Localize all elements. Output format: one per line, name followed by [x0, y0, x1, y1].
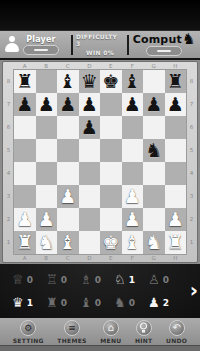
square-c1[interactable]: ♝	[57, 231, 79, 254]
square-a5[interactable]	[14, 139, 36, 162]
win-rate-label: WIN 0%	[86, 49, 114, 56]
player-block: Player	[4, 35, 68, 55]
computer-block: Comput ♞	[132, 33, 196, 56]
menu-button[interactable]: ⌂ MENU	[100, 320, 121, 344]
coordinate-label: 1	[3, 231, 14, 254]
white-pawn-piece: ♟	[59, 187, 76, 206]
black-pawn-piece: ♟	[167, 95, 184, 114]
difficulty-label: DIFFICULTY 3	[76, 33, 124, 47]
rook-icon: ♜	[46, 296, 58, 310]
captured-knight: ♞0	[114, 296, 148, 310]
queen-icon: ♕	[12, 273, 24, 287]
captured-rook-count: 0	[61, 275, 67, 285]
square-b3[interactable]	[36, 185, 58, 208]
square-b1[interactable]: ♞	[36, 231, 58, 254]
file-labels-bottom: ABCDEFGH	[14, 254, 186, 262]
square-e2[interactable]	[100, 208, 122, 231]
square-d8[interactable]: ♛	[79, 70, 101, 93]
square-c8[interactable]: ♝	[57, 70, 79, 93]
captured-bishop-count: 0	[95, 298, 101, 308]
captured-rook: ♖0	[46, 273, 80, 287]
black-pawn-piece: ♟	[145, 95, 162, 114]
square-b7[interactable]: ♟	[36, 93, 58, 116]
captured-row-white: ♛1♜0♝0♞0♟2	[12, 291, 186, 314]
chess-app: Player DIFFICULTY 3 WIN 0% Comput ♞ ABCD…	[0, 0, 200, 351]
square-g3[interactable]	[143, 185, 165, 208]
board: ♜♝♛♚♝♜♟♟♟♟♟♟♟♟♞♟♟♟♟♟♟♜♞♝♚♝♞♜	[14, 70, 186, 254]
square-g6[interactable]	[143, 116, 165, 139]
board-frame: ABCDEFGH 87654321 ♜♝♛♚♝♜♟♟♟♟♟♟♟♟♞♟♟♟♟♟♟♜…	[2, 61, 198, 263]
square-e6[interactable]	[100, 116, 122, 139]
square-g4[interactable]	[143, 162, 165, 185]
square-a4[interactable]	[14, 162, 36, 185]
ad-banner	[0, 0, 200, 31]
black-knight-piece: ♞	[145, 141, 162, 160]
square-f2[interactable]: ♟	[122, 208, 144, 231]
queen-icon: ♛	[12, 296, 24, 310]
undo-arrow-icon: ↶	[172, 323, 180, 333]
coordinate-label: 8	[3, 70, 14, 93]
square-h8[interactable]: ♜	[165, 70, 187, 93]
white-pawn-piece: ♟	[16, 210, 33, 229]
header-divider-right	[127, 35, 129, 55]
square-e7[interactable]	[100, 93, 122, 116]
coordinate-label: 5	[3, 139, 14, 162]
computer-score-pill	[146, 46, 182, 56]
list-icon: ≡	[68, 324, 76, 333]
square-c3[interactable]: ♟	[57, 185, 79, 208]
square-b8[interactable]	[36, 70, 58, 93]
square-g8[interactable]	[143, 70, 165, 93]
coordinate-label: H	[165, 62, 187, 70]
square-f6[interactable]	[122, 116, 144, 139]
square-c6[interactable]	[57, 116, 79, 139]
square-f4[interactable]	[122, 162, 144, 185]
bottom-strip	[0, 345, 200, 351]
coordinate-label: 6	[186, 116, 197, 139]
square-e3[interactable]	[100, 185, 122, 208]
square-g7[interactable]: ♟	[143, 93, 165, 116]
coordinate-label: 4	[3, 162, 14, 185]
white-pawn-piece: ♟	[124, 187, 141, 206]
white-rook-piece: ♜	[16, 233, 33, 252]
white-knight-piece: ♞	[38, 233, 55, 252]
captured-pawn-count: 0	[163, 275, 169, 285]
square-h2[interactable]: ♟	[165, 208, 187, 231]
square-c5[interactable]	[57, 139, 79, 162]
square-h7[interactable]: ♟	[165, 93, 187, 116]
white-pawn-piece: ♟	[38, 210, 55, 229]
coordinate-label: 3	[186, 185, 197, 208]
captured-queen: ♕0	[12, 273, 46, 287]
square-f5[interactable]	[122, 139, 144, 162]
black-rook-piece: ♜	[167, 72, 184, 91]
square-d4[interactable]	[79, 162, 101, 185]
home-icon: ⌂	[108, 323, 114, 333]
captured-queen-count: 0	[27, 275, 33, 285]
black-queen-piece: ♛	[81, 72, 98, 91]
captured-pawn: ♟2	[148, 296, 182, 310]
captured-pawn: ♙0	[148, 273, 182, 287]
coordinate-label: C	[57, 62, 79, 70]
coordinate-label: F	[122, 62, 144, 70]
captured-queen-count: 1	[27, 298, 33, 308]
coordinate-label: 2	[186, 208, 197, 231]
black-pawn-piece: ♟	[81, 95, 98, 114]
game-header: Player DIFFICULTY 3 WIN 0% Comput ♞	[0, 31, 200, 60]
bulb-icon	[139, 322, 148, 334]
captured-rook-count: 0	[61, 298, 67, 308]
square-h6[interactable]	[165, 116, 187, 139]
square-h4[interactable]	[165, 162, 187, 185]
bishop-icon: ♝	[80, 296, 92, 310]
knight-icon: ♘	[114, 273, 126, 287]
coordinate-label: 7	[3, 93, 14, 116]
coordinate-label: 6	[3, 116, 14, 139]
coordinate-label: H	[165, 254, 187, 262]
coordinate-label: 3	[3, 185, 14, 208]
captured-knight-count: 1	[129, 275, 135, 285]
header-center: DIFFICULTY 3 WIN 0%	[76, 33, 124, 56]
coordinate-label: 7	[186, 93, 197, 116]
square-d6[interactable]: ♟	[79, 116, 101, 139]
computer-name-label: Comput	[133, 33, 182, 46]
white-rook-piece: ♜	[167, 233, 184, 252]
coordinate-label: 5	[186, 139, 197, 162]
white-pawn-piece: ♟	[167, 210, 184, 229]
captured-pieces-panel: ♕0♖0♗0♘1♙0 ♛1♜0♝0♞0♟2 ›	[0, 264, 200, 318]
coordinate-label: E	[100, 62, 122, 70]
coordinate-label: 2	[3, 208, 14, 231]
square-c4[interactable]	[57, 162, 79, 185]
coordinate-label: G	[143, 254, 165, 262]
square-d1[interactable]	[79, 231, 101, 254]
player-avatar-icon	[4, 35, 20, 54]
themes-button[interactable]: ≡ THEMES	[57, 320, 86, 344]
coordinate-label: G	[143, 62, 165, 70]
square-d5[interactable]	[79, 139, 101, 162]
captured-bishop: ♝0	[80, 296, 114, 310]
black-king-piece: ♚	[102, 72, 119, 91]
coordinate-label: E	[100, 254, 122, 262]
black-pawn-piece: ♟	[81, 118, 98, 137]
coordinate-label: C	[57, 254, 79, 262]
square-f8[interactable]: ♝	[122, 70, 144, 93]
captured-queen: ♛1	[12, 296, 46, 310]
square-b2[interactable]: ♟	[36, 208, 58, 231]
coordinate-label: A	[14, 254, 36, 262]
black-bishop-piece: ♝	[59, 72, 76, 91]
hint-button[interactable]: HINT	[135, 320, 153, 344]
knight-icon: ♞	[114, 296, 126, 310]
rank-labels-right: 87654321	[186, 70, 197, 254]
white-bishop-piece: ♝	[124, 233, 141, 252]
black-rook-piece: ♜	[16, 72, 33, 91]
rook-icon: ♖	[46, 273, 58, 287]
square-b5[interactable]	[36, 139, 58, 162]
pawn-icon: ♟	[148, 296, 160, 310]
coordinate-label: B	[36, 62, 58, 70]
captured-pawn-count: 2	[163, 298, 169, 308]
white-knight-piece: ♞	[145, 233, 162, 252]
square-a7[interactable]: ♟	[14, 93, 36, 116]
header-divider-left	[71, 35, 73, 55]
coordinate-label: 4	[186, 162, 197, 185]
board-section: ABCDEFGH 87654321 ♜♝♛♚♝♜♟♟♟♟♟♟♟♟♞♟♟♟♟♟♟♜…	[0, 60, 200, 264]
square-a8[interactable]: ♜	[14, 70, 36, 93]
undo-button[interactable]: ↶ UNDO	[166, 320, 187, 344]
player-name-label: Player	[26, 35, 56, 44]
coordinate-label: 1	[186, 231, 197, 254]
captured-knight-count: 0	[129, 298, 135, 308]
white-king-piece: ♚	[102, 233, 119, 252]
square-c2[interactable]	[57, 208, 79, 231]
square-e5[interactable]	[100, 139, 122, 162]
square-f1[interactable]: ♝	[122, 231, 144, 254]
black-pawn-piece: ♟	[38, 95, 55, 114]
square-a3[interactable]	[14, 185, 36, 208]
player-score-pill	[23, 45, 59, 55]
coordinate-label: F	[122, 254, 144, 262]
black-knight-icon: ♞	[182, 33, 195, 46]
square-b6[interactable]	[36, 116, 58, 139]
chevron-right-icon[interactable]: ›	[190, 280, 198, 300]
square-a2[interactable]: ♟	[14, 208, 36, 231]
white-bishop-piece: ♝	[59, 233, 76, 252]
gear-icon: ⚙	[24, 324, 32, 333]
square-e8[interactable]: ♚	[100, 70, 122, 93]
coordinate-label: B	[36, 254, 58, 262]
black-pawn-piece: ♟	[16, 95, 33, 114]
coordinate-label: 8	[186, 70, 197, 93]
square-d3[interactable]	[79, 185, 101, 208]
square-b4[interactable]	[36, 162, 58, 185]
coordinate-label: D	[79, 254, 101, 262]
square-f7[interactable]: ♟	[122, 93, 144, 116]
square-a1[interactable]: ♜	[14, 231, 36, 254]
black-pawn-piece: ♟	[124, 95, 141, 114]
setting-button[interactable]: ⚙ SETTING	[13, 320, 44, 344]
captured-bishop: ♗0	[80, 273, 114, 287]
square-e1[interactable]: ♚	[100, 231, 122, 254]
rank-labels-left: 87654321	[3, 70, 14, 254]
captured-knight: ♘1	[114, 273, 148, 287]
square-f3[interactable]: ♟	[122, 185, 144, 208]
bottom-toolbar: ⚙ SETTING ≡ THEMES ⌂ MENU HINT ↶ UNDO	[0, 318, 200, 345]
file-labels-top: ABCDEFGH	[14, 62, 186, 70]
pawn-icon: ♙	[148, 273, 160, 287]
black-bishop-piece: ♝	[124, 72, 141, 91]
square-g1[interactable]: ♞	[143, 231, 165, 254]
square-g5[interactable]: ♞	[143, 139, 165, 162]
square-e4[interactable]	[100, 162, 122, 185]
black-pawn-piece: ♟	[59, 95, 76, 114]
square-h3[interactable]	[165, 185, 187, 208]
square-c7[interactable]: ♟	[57, 93, 79, 116]
coordinate-label: A	[14, 62, 36, 70]
bishop-icon: ♗	[80, 273, 92, 287]
square-h5[interactable]	[165, 139, 187, 162]
white-pawn-piece: ♟	[124, 210, 141, 229]
square-h1[interactable]: ♜	[165, 231, 187, 254]
captured-bishop-count: 0	[95, 275, 101, 285]
square-a6[interactable]	[14, 116, 36, 139]
square-d7[interactable]: ♟	[79, 93, 101, 116]
coordinate-label: D	[79, 62, 101, 70]
square-g2[interactable]	[143, 208, 165, 231]
square-d2[interactable]	[79, 208, 101, 231]
captured-row-black: ♕0♖0♗0♘1♙0	[12, 268, 186, 291]
captured-rook: ♜0	[46, 296, 80, 310]
